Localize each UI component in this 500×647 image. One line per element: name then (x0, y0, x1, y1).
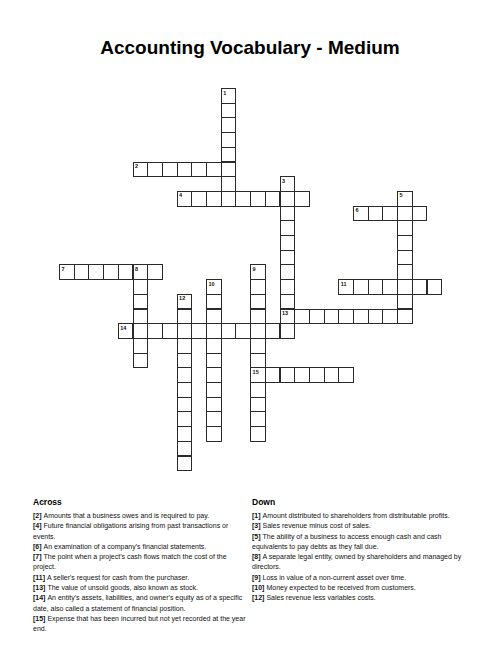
clue-number: [6] (33, 543, 44, 550)
crossword-cell[interactable] (177, 323, 193, 339)
clue-item: [8] A separate legal entity, owned by sh… (252, 552, 468, 573)
crossword-cell[interactable]: 2 (133, 162, 149, 178)
crossword-cell[interactable] (280, 367, 296, 383)
cell-number: 12 (179, 295, 185, 301)
crossword-cell[interactable] (280, 250, 296, 266)
crossword-cell[interactable]: 14 (118, 323, 134, 339)
crossword-cell[interactable] (133, 338, 149, 354)
crossword-cell[interactable] (250, 294, 266, 310)
crossword-cell[interactable] (177, 338, 193, 354)
clue-item: [15] Expense that has been incurred but … (33, 614, 249, 635)
crossword-cell[interactable] (74, 264, 90, 280)
clue-number: [5] (252, 533, 263, 540)
clue-text: Sales revenue minus cost of sales. (263, 522, 371, 529)
crossword-cell[interactable]: 1 (221, 88, 237, 104)
clue-number: [7] (33, 553, 44, 560)
cell-number: 5 (400, 192, 403, 198)
crossword-cell[interactable] (177, 309, 193, 325)
crossword-cell[interactable] (147, 162, 163, 178)
clue-text: An entity's assets, liabilities, and own… (33, 594, 242, 611)
crossword-cell[interactable] (324, 309, 340, 325)
crossword-cell[interactable] (250, 353, 266, 369)
clue-item: [6] An examination of a company's financ… (33, 542, 249, 552)
down-clue-list: [1] Amount distributed to shareholders f… (252, 511, 468, 604)
crossword-cell[interactable] (250, 309, 266, 325)
clue-item: [5] The ability of a business to access … (252, 532, 468, 553)
crossword-cell[interactable] (133, 323, 149, 339)
clue-text: The point when a project's cash flows ma… (33, 553, 227, 570)
crossword-cell[interactable] (250, 426, 266, 442)
crossword-cell[interactable] (250, 191, 266, 207)
clue-number: [4] (33, 522, 44, 529)
clue-item: [2] Amounts that a business owes and is … (33, 511, 249, 521)
crossword-cell[interactable] (280, 235, 296, 251)
crossword-cell[interactable] (368, 309, 384, 325)
crossword-cell[interactable] (103, 264, 119, 280)
crossword-cell[interactable] (162, 162, 178, 178)
crossword-cell[interactable] (338, 367, 354, 383)
crossword-cell[interactable] (382, 309, 398, 325)
crossword-cell[interactable]: 5 (397, 191, 413, 207)
crossword-cell[interactable] (206, 367, 222, 383)
crossword-cell[interactable]: 6 (353, 206, 369, 222)
across-clues-column: Across [2] Amounts that a business owes … (33, 497, 249, 635)
crossword-cell[interactable] (221, 162, 237, 178)
crossword-grid: 123456789101112131415 (59, 88, 443, 472)
crossword-cell[interactable] (206, 309, 222, 325)
crossword-cell[interactable] (265, 191, 281, 207)
crossword-cell[interactable] (221, 191, 237, 207)
down-heading: Down (252, 497, 468, 507)
crossword-cell[interactable]: 9 (250, 264, 266, 280)
clue-item: [13] The value of unsold goods, also kno… (33, 583, 249, 593)
crossword-cell[interactable] (206, 191, 222, 207)
crossword-cell[interactable] (162, 323, 178, 339)
crossword-cell[interactable]: 8 (133, 264, 149, 280)
crossword-cell[interactable]: 13 (280, 309, 296, 325)
crossword-cell[interactable] (133, 353, 149, 369)
crossword-cell[interactable] (280, 294, 296, 310)
clue-item: [3] Sales revenue minus cost of sales. (252, 521, 468, 531)
cell-number: 7 (62, 266, 65, 272)
crossword-cell[interactable] (397, 309, 413, 325)
crossword-cell[interactable] (427, 279, 443, 295)
clue-number: [3] (252, 522, 263, 529)
cell-number: 8 (135, 266, 138, 272)
down-clues-column: Down [1] Amount distributed to sharehold… (252, 497, 468, 604)
clue-text: Sales revenue less variables costs. (266, 594, 375, 601)
crossword-cell[interactable]: 15 (250, 367, 266, 383)
crossword-cell[interactable] (324, 367, 340, 383)
crossword-cell[interactable]: 7 (59, 264, 75, 280)
cell-number: 14 (120, 325, 126, 331)
crossword-cell[interactable] (177, 397, 193, 413)
crossword-cell[interactable] (280, 206, 296, 222)
crossword-cell[interactable] (397, 220, 413, 236)
clue-number: [11] (33, 574, 47, 581)
clue-text: A separate legal entity, owned by shareh… (252, 553, 461, 570)
crossword-cell[interactable]: 12 (177, 294, 193, 310)
clue-number: [9] (252, 574, 263, 581)
crossword-cell[interactable] (147, 264, 163, 280)
clue-item: [10] Money expected to be received from … (252, 583, 468, 593)
crossword-cell[interactable] (191, 323, 207, 339)
clue-item: [7] The point when a project's cash flow… (33, 552, 249, 573)
cell-number: 2 (135, 163, 138, 169)
crossword-cell[interactable] (235, 191, 251, 207)
clue-number: [12] (252, 594, 266, 601)
clue-number: [10] (252, 584, 266, 591)
crossword-cell[interactable] (206, 162, 222, 178)
crossword-cell[interactable] (397, 250, 413, 266)
crossword-cell[interactable] (353, 309, 369, 325)
crossword-cell[interactable] (382, 206, 398, 222)
crossword-cell[interactable] (206, 426, 222, 442)
crossword-cell[interactable] (221, 117, 237, 133)
puzzle-title: Accounting Vocabulary - Medium (0, 37, 500, 59)
clue-text: Amounts that a business owes and is requ… (44, 512, 210, 519)
cell-number: 13 (282, 310, 288, 316)
crossword-cell[interactable]: 3 (280, 176, 296, 192)
cell-number: 10 (209, 281, 215, 287)
crossword-cell[interactable] (338, 309, 354, 325)
crossword-cell[interactable] (250, 382, 266, 398)
clue-item: [11] A seller's request for cash from th… (33, 573, 249, 583)
crossword-cell[interactable] (191, 191, 207, 207)
crossword-cell[interactable] (177, 456, 193, 472)
crossword-cell[interactable] (177, 411, 193, 427)
crossword-cell[interactable] (250, 279, 266, 295)
crossword-cell[interactable] (280, 191, 296, 207)
crossword-cell[interactable] (294, 309, 310, 325)
crossword-cell[interactable] (397, 264, 413, 280)
crossword-cell[interactable]: 10 (206, 279, 222, 295)
crossword-cell[interactable] (206, 397, 222, 413)
crossword-cell[interactable] (280, 323, 296, 339)
crossword-cell[interactable] (133, 294, 149, 310)
crossword-cell[interactable] (177, 367, 193, 383)
cell-number: 6 (356, 207, 359, 213)
clue-text: Loss in value of a non-current asset ove… (263, 574, 407, 581)
crossword-cell[interactable] (280, 264, 296, 280)
crossword-cell[interactable] (294, 191, 310, 207)
crossword-cell[interactable] (250, 397, 266, 413)
clue-item: [14] An entity's assets, liabilities, an… (33, 593, 249, 614)
crossword-cell[interactable] (309, 367, 325, 383)
crossword-cell[interactable] (294, 367, 310, 383)
crossword-cell[interactable] (265, 323, 281, 339)
clue-text: Amount distributed to shareholders from … (263, 512, 450, 519)
clue-number: [8] (252, 553, 263, 560)
crossword-cell[interactable] (206, 323, 222, 339)
cell-number: 4 (179, 192, 182, 198)
crossword-cell[interactable] (133, 279, 149, 295)
clue-number: [1] (252, 512, 263, 519)
across-heading: Across (33, 497, 249, 507)
clue-number: [2] (33, 512, 44, 519)
crossword-cell[interactable] (368, 279, 384, 295)
crossword-cell[interactable] (191, 162, 207, 178)
crossword-cell[interactable] (118, 264, 134, 280)
crossword-cell[interactable] (88, 264, 104, 280)
crossword-cell[interactable] (280, 220, 296, 236)
crossword-cell[interactable] (221, 103, 237, 119)
crossword-cell[interactable] (221, 176, 237, 192)
cell-number: 15 (253, 369, 259, 375)
crossword-cell[interactable] (235, 323, 251, 339)
crossword-cell[interactable] (412, 206, 428, 222)
crossword-cell[interactable] (412, 279, 428, 295)
crossword-cell[interactable]: 4 (177, 191, 193, 207)
clue-item: [1] Amount distributed to shareholders f… (252, 511, 468, 521)
crossword-cell[interactable] (397, 235, 413, 251)
crossword-cell[interactable] (206, 411, 222, 427)
clue-number: [15] (33, 615, 47, 622)
crossword-cell[interactable] (147, 323, 163, 339)
crossword-cell[interactable] (221, 132, 237, 148)
crossword-cell[interactable] (206, 338, 222, 354)
crossword-cell[interactable] (221, 147, 237, 163)
crossword-cell[interactable] (177, 441, 193, 457)
crossword-cell[interactable] (177, 382, 193, 398)
crossword-cell[interactable] (206, 382, 222, 398)
crossword-cell[interactable] (206, 353, 222, 369)
crossword-cell[interactable] (265, 367, 281, 383)
crossword-cell[interactable] (397, 279, 413, 295)
cell-number: 3 (282, 178, 285, 184)
clue-text: A seller's request for cash from the pur… (47, 574, 189, 581)
crossword-cell[interactable] (382, 279, 398, 295)
crossword-cell[interactable] (250, 323, 266, 339)
clue-text: An examination of a company's financial … (44, 543, 207, 550)
crossword-cell[interactable] (177, 162, 193, 178)
clue-number: [14] (33, 594, 47, 601)
crossword-cell[interactable] (368, 206, 384, 222)
clue-item: [12] Sales revenue less variables costs. (252, 593, 468, 603)
across-clue-list: [2] Amounts that a business owes and is … (33, 511, 249, 635)
clue-item: [9] Loss in value of a non-current asset… (252, 573, 468, 583)
clue-text: The ability of a business to access enou… (252, 533, 442, 550)
crossword-cell[interactable] (309, 309, 325, 325)
crossword-cell[interactable] (206, 294, 222, 310)
crossword-cell[interactable] (221, 323, 237, 339)
crossword-cell[interactable] (177, 353, 193, 369)
crossword-cell[interactable] (397, 206, 413, 222)
clue-text: Expense that has been incurred but not y… (33, 615, 245, 632)
clue-text: Money expected to be received from custo… (266, 584, 415, 591)
clue-item: [4] Future financial obligations arising… (33, 521, 249, 542)
crossword-cell[interactable] (133, 309, 149, 325)
crossword-cell[interactable] (353, 279, 369, 295)
cell-number: 1 (223, 90, 226, 96)
clue-number: [13] (33, 584, 47, 591)
crossword-cell[interactable] (280, 279, 296, 295)
clue-text: The value of unsold goods, also known as… (47, 584, 198, 591)
crossword-cell[interactable] (397, 294, 413, 310)
crossword-cell[interactable] (250, 338, 266, 354)
crossword-cell[interactable] (250, 411, 266, 427)
crossword-cell[interactable] (177, 426, 193, 442)
crossword-cell[interactable]: 11 (338, 279, 354, 295)
clue-text: Future financial obligations arising fro… (33, 522, 228, 539)
cell-number: 9 (253, 266, 256, 272)
cell-number: 11 (341, 281, 347, 287)
